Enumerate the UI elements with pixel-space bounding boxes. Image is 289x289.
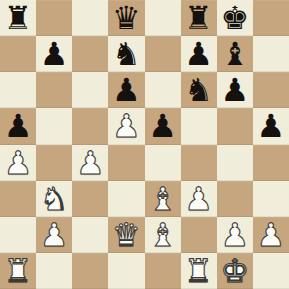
square-a4[interactable]: ♟: [0, 145, 36, 181]
square-b6[interactable]: [36, 72, 72, 108]
white-rook-icon[interactable]: ♜: [4, 255, 33, 287]
square-e5[interactable]: ♟: [145, 108, 181, 144]
black-bishop-icon[interactable]: ♝: [220, 38, 249, 70]
square-f1[interactable]: ♜: [181, 253, 217, 289]
black-rook-icon[interactable]: ♜: [184, 2, 213, 34]
square-b5[interactable]: [36, 108, 72, 144]
black-pawn-icon[interactable]: ♟: [220, 74, 249, 106]
square-c6[interactable]: [72, 72, 108, 108]
black-knight-icon[interactable]: ♞: [184, 74, 213, 106]
square-d5[interactable]: ♟: [108, 108, 144, 144]
square-d3[interactable]: [108, 181, 144, 217]
square-h6[interactable]: [253, 72, 289, 108]
square-a3[interactable]: [0, 181, 36, 217]
square-a7[interactable]: [0, 36, 36, 72]
square-d2[interactable]: ♛: [108, 217, 144, 253]
black-pawn-icon[interactable]: ♟: [184, 38, 213, 70]
square-d6[interactable]: ♟: [108, 72, 144, 108]
square-f8[interactable]: ♜: [181, 0, 217, 36]
square-c4[interactable]: ♟: [72, 145, 108, 181]
white-queen-icon[interactable]: ♛: [112, 219, 141, 251]
square-e8[interactable]: [145, 0, 181, 36]
square-g8[interactable]: ♚: [217, 0, 253, 36]
square-c3[interactable]: [72, 181, 108, 217]
white-king-icon[interactable]: ♚: [220, 255, 249, 287]
square-h3[interactable]: [253, 181, 289, 217]
white-pawn-icon[interactable]: ♟: [76, 147, 105, 179]
square-e4[interactable]: [145, 145, 181, 181]
square-g4[interactable]: [217, 145, 253, 181]
square-f2[interactable]: [181, 217, 217, 253]
square-b1[interactable]: [36, 253, 72, 289]
white-pawn-icon[interactable]: ♟: [4, 147, 33, 179]
black-pawn-icon[interactable]: ♟: [257, 110, 286, 142]
square-e2[interactable]: ♝: [145, 217, 181, 253]
white-knight-icon[interactable]: ♞: [40, 183, 69, 215]
square-g1[interactable]: ♚: [217, 253, 253, 289]
square-e6[interactable]: [145, 72, 181, 108]
square-c5[interactable]: [72, 108, 108, 144]
square-b7[interactable]: ♟: [36, 36, 72, 72]
white-pawn-icon[interactable]: ♟: [257, 219, 286, 251]
square-b2[interactable]: ♟: [36, 217, 72, 253]
square-h8[interactable]: [253, 0, 289, 36]
square-g7[interactable]: ♝: [217, 36, 253, 72]
black-pawn-icon[interactable]: ♟: [4, 110, 33, 142]
black-knight-icon[interactable]: ♞: [112, 38, 141, 70]
black-queen-icon[interactable]: ♛: [112, 2, 141, 34]
black-pawn-icon[interactable]: ♟: [112, 74, 141, 106]
square-a8[interactable]: ♜: [0, 0, 36, 36]
white-pawn-icon[interactable]: ♟: [220, 219, 249, 251]
square-h4[interactable]: [253, 145, 289, 181]
square-f3[interactable]: ♟: [181, 181, 217, 217]
square-b4[interactable]: [36, 145, 72, 181]
square-a5[interactable]: ♟: [0, 108, 36, 144]
square-f7[interactable]: ♟: [181, 36, 217, 72]
black-king-icon[interactable]: ♚: [220, 2, 249, 34]
white-pawn-icon[interactable]: ♟: [184, 183, 213, 215]
square-c7[interactable]: [72, 36, 108, 72]
white-bishop-icon[interactable]: ♝: [148, 219, 177, 251]
square-g2[interactable]: ♟: [217, 217, 253, 253]
square-g3[interactable]: [217, 181, 253, 217]
square-d8[interactable]: ♛: [108, 0, 144, 36]
square-e3[interactable]: ♝: [145, 181, 181, 217]
white-pawn-icon[interactable]: ♟: [40, 219, 69, 251]
white-rook-icon[interactable]: ♜: [184, 255, 213, 287]
square-g5[interactable]: [217, 108, 253, 144]
black-pawn-icon[interactable]: ♟: [148, 110, 177, 142]
black-rook-icon[interactable]: ♜: [4, 2, 33, 34]
square-c2[interactable]: [72, 217, 108, 253]
square-a2[interactable]: [0, 217, 36, 253]
square-d4[interactable]: [108, 145, 144, 181]
square-e7[interactable]: [145, 36, 181, 72]
square-e1[interactable]: [145, 253, 181, 289]
chess-board: ♜♛♜♚♟♞♟♝♟♞♟♟♟♟♟♟♟♞♝♟♟♛♝♟♟♜♜♚: [0, 0, 289, 289]
square-c1[interactable]: [72, 253, 108, 289]
white-pawn-icon[interactable]: ♟: [112, 110, 141, 142]
square-h2[interactable]: ♟: [253, 217, 289, 253]
square-b8[interactable]: [36, 0, 72, 36]
black-pawn-icon[interactable]: ♟: [40, 38, 69, 70]
square-f6[interactable]: ♞: [181, 72, 217, 108]
square-d1[interactable]: [108, 253, 144, 289]
square-b3[interactable]: ♞: [36, 181, 72, 217]
square-g6[interactable]: ♟: [217, 72, 253, 108]
square-h5[interactable]: ♟: [253, 108, 289, 144]
square-h7[interactable]: [253, 36, 289, 72]
square-f5[interactable]: [181, 108, 217, 144]
square-h1[interactable]: [253, 253, 289, 289]
square-a6[interactable]: [0, 72, 36, 108]
square-d7[interactable]: ♞: [108, 36, 144, 72]
square-c8[interactable]: [72, 0, 108, 36]
square-a1[interactable]: ♜: [0, 253, 36, 289]
square-f4[interactable]: [181, 145, 217, 181]
white-bishop-icon[interactable]: ♝: [148, 183, 177, 215]
